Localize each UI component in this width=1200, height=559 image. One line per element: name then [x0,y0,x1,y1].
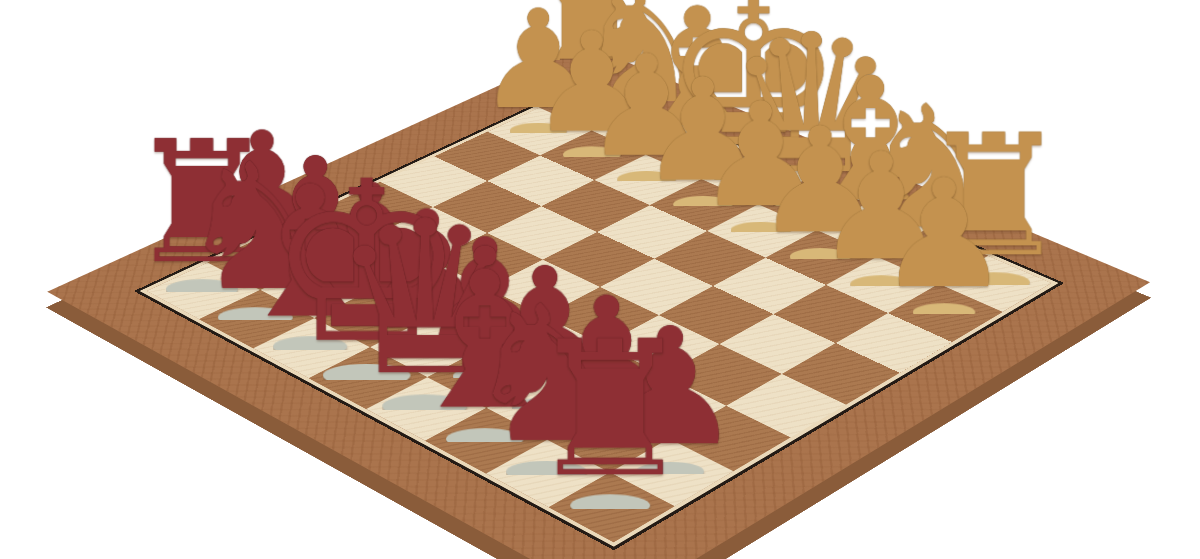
black-pawn-icon: ♟ [877,159,1011,309]
white-rook-icon: ♜ [527,316,694,503]
board-playing-area: ♜♞♝♚♛♝♞♜♟♟♟♟♟♟♟♟♟♟♟♟♟♟♟♟♜♞♝♚♛♝♞♜ [147,84,1052,542]
product-photo-scene: ♜♞♝♚♛♝♞♜♟♟♟♟♟♟♟♟♟♟♟♟♟♟♟♟♜♞♝♚♛♝♞♜ [0,0,1200,559]
chessboard: ♜♞♝♚♛♝♞♜♟♟♟♟♟♟♟♟♟♟♟♟♟♟♟♟♜♞♝♚♛♝♞♜ [47,45,1150,559]
square-a1: ♜ [549,472,675,542]
